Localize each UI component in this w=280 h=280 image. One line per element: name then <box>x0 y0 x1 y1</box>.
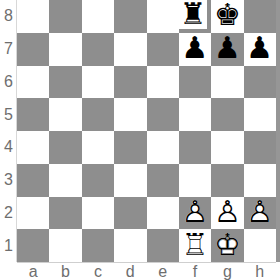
file-label-b: b <box>49 262 81 280</box>
white-pawn: ♟♙ <box>211 197 243 230</box>
square-b4[interactable] <box>49 131 81 164</box>
square-e1[interactable] <box>147 229 179 262</box>
rank-label-1: 1 <box>0 229 17 262</box>
file-label-g: g <box>211 262 243 280</box>
square-f2[interactable]: ♟♙ <box>179 197 211 230</box>
square-g1[interactable]: ♚♔ <box>211 229 243 262</box>
square-g2[interactable]: ♟♙ <box>211 197 243 230</box>
square-b8[interactable] <box>49 0 81 33</box>
square-b1[interactable] <box>49 229 81 262</box>
square-a8[interactable] <box>17 0 49 33</box>
square-a6[interactable] <box>17 66 49 99</box>
rank-label-8: 8 <box>0 0 17 33</box>
square-b5[interactable] <box>49 98 81 131</box>
square-h1[interactable] <box>244 229 276 262</box>
square-b3[interactable] <box>49 164 81 197</box>
square-e6[interactable] <box>147 66 179 99</box>
square-g8[interactable]: ♚ <box>211 0 243 33</box>
square-h2[interactable]: ♟♙ <box>244 197 276 230</box>
file-label-d: d <box>114 262 146 280</box>
square-d8[interactable] <box>114 0 146 33</box>
square-d7[interactable] <box>114 33 146 66</box>
square-f3[interactable] <box>179 164 211 197</box>
square-g7[interactable]: ♟ <box>211 33 243 66</box>
rank-label-4: 4 <box>0 131 17 164</box>
square-h5[interactable] <box>244 98 276 131</box>
square-h6[interactable] <box>244 66 276 99</box>
black-pawn: ♟ <box>244 33 276 66</box>
square-a4[interactable] <box>17 131 49 164</box>
black-rook: ♜ <box>179 0 209 32</box>
black-king: ♚ <box>211 0 243 33</box>
board-right-strip <box>276 0 280 262</box>
square-h7[interactable]: ♟ <box>244 33 276 66</box>
square-a1[interactable] <box>17 229 49 262</box>
black-pawn: ♟ <box>211 33 243 66</box>
square-c4[interactable] <box>82 131 114 164</box>
square-f4[interactable] <box>179 131 211 164</box>
file-labels: abcdefgh <box>17 262 276 280</box>
square-d4[interactable] <box>114 131 146 164</box>
file-label-c: c <box>82 262 114 280</box>
white-pawn: ♟♙ <box>179 197 211 230</box>
square-e3[interactable] <box>147 164 179 197</box>
board: ♜♚♟♟♟♟♙♟♙♟♙♜♖♚♔ <box>17 0 276 262</box>
square-f5[interactable] <box>179 98 211 131</box>
square-h4[interactable] <box>244 131 276 164</box>
square-d2[interactable] <box>114 197 146 230</box>
square-a7[interactable] <box>17 33 49 66</box>
square-c2[interactable] <box>82 197 114 230</box>
square-c1[interactable] <box>82 229 114 262</box>
square-g4[interactable] <box>211 131 243 164</box>
square-b2[interactable] <box>49 197 81 230</box>
square-a5[interactable] <box>17 98 49 131</box>
square-f8[interactable]: ♜ <box>179 0 211 33</box>
square-d1[interactable] <box>114 229 146 262</box>
square-a3[interactable] <box>17 164 49 197</box>
rank-labels: 87654321 <box>0 0 17 262</box>
square-f6[interactable] <box>179 66 211 99</box>
rank-label-3: 3 <box>0 164 17 197</box>
square-e4[interactable] <box>147 131 179 164</box>
square-b6[interactable] <box>49 66 81 99</box>
square-h3[interactable] <box>244 164 276 197</box>
square-g3[interactable] <box>211 164 243 197</box>
square-c8[interactable] <box>82 0 114 33</box>
square-c6[interactable] <box>82 66 114 99</box>
file-label-e: e <box>147 262 179 280</box>
square-e8[interactable] <box>147 0 179 33</box>
white-king: ♚♔ <box>211 229 243 262</box>
square-f7[interactable]: ♟ <box>179 33 211 66</box>
square-c3[interactable] <box>82 164 114 197</box>
square-c7[interactable] <box>82 33 114 66</box>
square-e7[interactable] <box>147 33 179 66</box>
board-left-edge-line <box>16 0 17 262</box>
square-e2[interactable] <box>147 197 179 230</box>
file-label-h: h <box>244 262 276 280</box>
square-b7[interactable] <box>49 33 81 66</box>
square-e5[interactable] <box>147 98 179 131</box>
square-h8[interactable] <box>244 0 276 33</box>
rank-label-2: 2 <box>0 197 17 230</box>
square-c5[interactable] <box>82 98 114 131</box>
rank-label-5: 5 <box>0 98 17 131</box>
chess-diagram: 87654321 ♜♚♟♟♟♟♙♟♙♟♙♜♖♚♔ abcdefgh <box>0 0 280 280</box>
square-a2[interactable] <box>17 197 49 230</box>
square-d6[interactable] <box>114 66 146 99</box>
file-label-a: a <box>17 262 49 280</box>
white-pawn: ♟♙ <box>244 197 276 230</box>
square-f1[interactable]: ♜♖ <box>179 229 211 262</box>
white-rook: ♜♖ <box>179 229 211 262</box>
square-g6[interactable] <box>211 66 243 99</box>
rank-label-6: 6 <box>0 66 17 99</box>
square-d5[interactable] <box>114 98 146 131</box>
square-d3[interactable] <box>114 164 146 197</box>
black-pawn: ♟ <box>179 33 211 66</box>
rank-label-7: 7 <box>0 33 17 66</box>
square-g5[interactable] <box>211 98 243 131</box>
file-label-f: f <box>179 262 211 280</box>
